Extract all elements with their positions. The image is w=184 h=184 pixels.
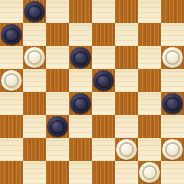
square-b3: [23, 115, 46, 138]
square-g4: [138, 92, 161, 115]
square-c4: [46, 92, 69, 115]
square-a1[interactable]: [0, 161, 23, 184]
square-a4: [0, 92, 23, 115]
square-g7[interactable]: [138, 23, 161, 46]
square-h7: [161, 23, 184, 46]
square-c6: [46, 46, 69, 69]
square-f7: [115, 23, 138, 46]
square-b7: [23, 23, 46, 46]
square-b1: [23, 161, 46, 184]
square-g8: [138, 0, 161, 23]
square-a7[interactable]: [0, 23, 23, 46]
checkers-board: [0, 0, 184, 184]
square-d5: [69, 69, 92, 92]
white-man-b6[interactable]: [24, 47, 45, 68]
black-man-b8[interactable]: [24, 1, 45, 22]
square-a2: [0, 138, 23, 161]
square-d3: [69, 115, 92, 138]
square-e7[interactable]: [92, 23, 115, 46]
square-c8: [46, 0, 69, 23]
black-man-a7[interactable]: [1, 24, 22, 45]
black-man-h4[interactable]: [162, 93, 183, 114]
square-h2[interactable]: [161, 138, 184, 161]
white-man-h6[interactable]: [162, 47, 183, 68]
square-d4[interactable]: [69, 92, 92, 115]
square-c2: [46, 138, 69, 161]
square-e8: [92, 0, 115, 23]
square-e2: [92, 138, 115, 161]
square-g6: [138, 46, 161, 69]
black-man-d4[interactable]: [70, 93, 91, 114]
square-a3[interactable]: [0, 115, 23, 138]
square-c5[interactable]: [46, 69, 69, 92]
white-man-h2[interactable]: [162, 139, 183, 160]
square-f4[interactable]: [115, 92, 138, 115]
square-h3: [161, 115, 184, 138]
black-man-c3[interactable]: [47, 116, 68, 137]
square-h1: [161, 161, 184, 184]
white-man-f2[interactable]: [116, 139, 137, 160]
square-g5[interactable]: [138, 69, 161, 92]
square-h6[interactable]: [161, 46, 184, 69]
square-b5: [23, 69, 46, 92]
square-f3: [115, 115, 138, 138]
square-h4[interactable]: [161, 92, 184, 115]
square-f8[interactable]: [115, 0, 138, 23]
square-d2[interactable]: [69, 138, 92, 161]
square-f5: [115, 69, 138, 92]
square-g3[interactable]: [138, 115, 161, 138]
square-c3[interactable]: [46, 115, 69, 138]
square-f6[interactable]: [115, 46, 138, 69]
square-c7[interactable]: [46, 23, 69, 46]
square-d7: [69, 23, 92, 46]
square-e5[interactable]: [92, 69, 115, 92]
square-d1: [69, 161, 92, 184]
square-e6: [92, 46, 115, 69]
square-h8[interactable]: [161, 0, 184, 23]
square-a8: [0, 0, 23, 23]
square-b4[interactable]: [23, 92, 46, 115]
square-e1[interactable]: [92, 161, 115, 184]
square-a6: [0, 46, 23, 69]
square-e4: [92, 92, 115, 115]
square-d6[interactable]: [69, 46, 92, 69]
square-h5: [161, 69, 184, 92]
square-g1[interactable]: [138, 161, 161, 184]
white-man-g1[interactable]: [139, 162, 160, 183]
black-man-d6[interactable]: [70, 47, 91, 68]
square-g2: [138, 138, 161, 161]
square-b2[interactable]: [23, 138, 46, 161]
square-f1: [115, 161, 138, 184]
black-man-e5[interactable]: [93, 70, 114, 91]
square-b8[interactable]: [23, 0, 46, 23]
square-a5[interactable]: [0, 69, 23, 92]
square-f2[interactable]: [115, 138, 138, 161]
square-c1[interactable]: [46, 161, 69, 184]
square-b6[interactable]: [23, 46, 46, 69]
white-man-a5[interactable]: [1, 70, 22, 91]
square-e3[interactable]: [92, 115, 115, 138]
square-d8[interactable]: [69, 0, 92, 23]
